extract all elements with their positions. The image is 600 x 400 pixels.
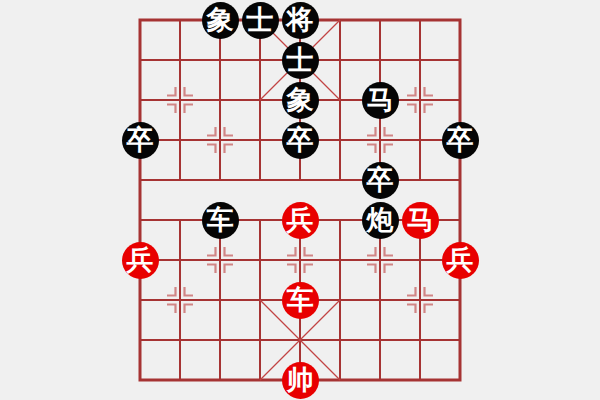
piece-red-soldier[interactable]: 兵 — [122, 242, 159, 279]
piece-black-advisor[interactable]: 士 — [242, 2, 279, 39]
piece-black-elephant[interactable]: 象 — [282, 82, 319, 119]
piece-black-horse[interactable]: 马 — [362, 82, 399, 119]
pieces-layer: 象士将士象马卒卒卒卒车兵炮马兵兵车帅 — [120, 0, 480, 400]
piece-black-soldier[interactable]: 卒 — [122, 122, 159, 159]
piece-red-soldier[interactable]: 兵 — [282, 202, 319, 239]
piece-black-cannon[interactable]: 炮 — [362, 202, 399, 239]
piece-black-soldier[interactable]: 卒 — [362, 162, 399, 199]
piece-black-soldier[interactable]: 卒 — [442, 122, 479, 159]
piece-red-chariot[interactable]: 车 — [282, 282, 319, 319]
piece-red-soldier[interactable]: 兵 — [442, 242, 479, 279]
piece-black-soldier[interactable]: 卒 — [282, 122, 319, 159]
piece-black-general[interactable]: 将 — [282, 2, 319, 39]
piece-black-advisor[interactable]: 士 — [282, 42, 319, 79]
piece-black-elephant[interactable]: 象 — [202, 2, 239, 39]
piece-red-horse[interactable]: 马 — [402, 202, 439, 239]
xiangqi-screen: 象士将士象马卒卒卒卒车兵炮马兵兵车帅 — [0, 0, 600, 400]
piece-black-chariot[interactable]: 车 — [202, 202, 239, 239]
piece-red-general[interactable]: 帅 — [282, 362, 319, 399]
